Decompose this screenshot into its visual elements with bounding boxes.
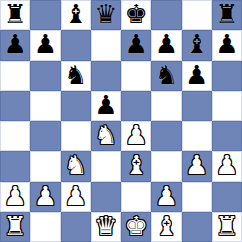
piece-black-pawn-e7: ♟ [124, 31, 147, 57]
square-g5[interactable] [182, 91, 212, 121]
square-a2[interactable]: ♟ [0, 182, 30, 212]
piece-white-rook-a1: ♜ [3, 213, 26, 239]
piece-black-rook-h8: ♜ [215, 1, 238, 27]
square-f5[interactable] [151, 91, 181, 121]
square-f6[interactable]: ♞ [151, 61, 181, 91]
square-d6[interactable] [91, 61, 121, 91]
square-e4[interactable]: ♟ [121, 121, 151, 151]
square-a5[interactable] [0, 91, 30, 121]
square-h5[interactable] [212, 91, 242, 121]
square-d2[interactable] [91, 182, 121, 212]
square-a4[interactable] [0, 121, 30, 151]
piece-white-pawn-b2: ♟ [34, 183, 57, 209]
square-f3[interactable] [151, 151, 181, 181]
piece-white-pawn-a2: ♟ [3, 183, 26, 209]
piece-white-pawn-h3: ♟ [215, 152, 238, 178]
square-c4[interactable] [61, 121, 91, 151]
square-d3[interactable] [91, 151, 121, 181]
square-g6[interactable]: ♟ [182, 61, 212, 91]
square-b6[interactable] [30, 61, 60, 91]
square-e6[interactable] [121, 61, 151, 91]
square-g8[interactable] [182, 0, 212, 30]
square-a8[interactable]: ♜ [0, 0, 30, 30]
square-b4[interactable] [30, 121, 60, 151]
square-a1[interactable]: ♜ [0, 212, 30, 242]
piece-black-pawn-d5: ♟ [94, 92, 117, 118]
square-c5[interactable] [61, 91, 91, 121]
square-g2[interactable] [182, 182, 212, 212]
piece-white-pawn-f2: ♟ [155, 183, 178, 209]
piece-white-pawn-c2: ♟ [64, 183, 87, 209]
piece-black-pawn-f7: ♟ [155, 31, 178, 57]
square-b7[interactable]: ♟ [30, 30, 60, 60]
square-f8[interactable] [151, 0, 181, 30]
square-b1[interactable] [30, 212, 60, 242]
square-b8[interactable] [30, 0, 60, 30]
square-f7[interactable]: ♟ [151, 30, 181, 60]
piece-black-pawn-b7: ♟ [34, 31, 57, 57]
square-c8[interactable]: ♝ [61, 0, 91, 30]
square-g1[interactable] [182, 212, 212, 242]
square-h2[interactable] [212, 182, 242, 212]
square-c1[interactable] [61, 212, 91, 242]
chess-board-container: ♜♝♛♚♜♟♟♟♟♝♟♞♞♟♟♞♟♞♝♟♟♟♟♟♟♜♛♚♝♜ [0, 0, 242, 242]
square-d1[interactable]: ♛ [91, 212, 121, 242]
piece-white-knight-d4: ♞ [94, 122, 117, 148]
square-b2[interactable]: ♟ [30, 182, 60, 212]
piece-white-bishop-e3: ♝ [124, 152, 147, 178]
square-e8[interactable]: ♚ [121, 0, 151, 30]
piece-white-knight-c3: ♞ [64, 152, 87, 178]
square-d5[interactable]: ♟ [91, 91, 121, 121]
square-b5[interactable] [30, 91, 60, 121]
square-e7[interactable]: ♟ [121, 30, 151, 60]
square-c2[interactable]: ♟ [61, 182, 91, 212]
square-b3[interactable] [30, 151, 60, 181]
square-d4[interactable]: ♞ [91, 121, 121, 151]
piece-black-rook-a8: ♜ [3, 1, 26, 27]
piece-white-rook-h1: ♜ [215, 213, 238, 239]
square-c7[interactable] [61, 30, 91, 60]
piece-black-knight-f6: ♞ [155, 62, 178, 88]
square-c6[interactable]: ♞ [61, 61, 91, 91]
piece-white-pawn-e4: ♟ [124, 122, 147, 148]
square-h8[interactable]: ♜ [212, 0, 242, 30]
square-e1[interactable]: ♚ [121, 212, 151, 242]
chess-board: ♜♝♛♚♜♟♟♟♟♝♟♞♞♟♟♞♟♞♝♟♟♟♟♟♟♜♛♚♝♜ [0, 0, 242, 242]
square-e2[interactable] [121, 182, 151, 212]
square-g4[interactable] [182, 121, 212, 151]
square-h4[interactable] [212, 121, 242, 151]
piece-white-king-e1: ♚ [124, 213, 147, 239]
square-h7[interactable]: ♟ [212, 30, 242, 60]
square-a6[interactable] [0, 61, 30, 91]
piece-black-pawn-a7: ♟ [3, 31, 26, 57]
square-f4[interactable] [151, 121, 181, 151]
square-g3[interactable]: ♟ [182, 151, 212, 181]
piece-black-queen-d8: ♛ [94, 1, 117, 27]
square-a3[interactable] [0, 151, 30, 181]
piece-black-bishop-c8: ♝ [64, 1, 87, 27]
square-h1[interactable]: ♜ [212, 212, 242, 242]
piece-black-pawn-g6: ♟ [185, 62, 208, 88]
square-a7[interactable]: ♟ [0, 30, 30, 60]
square-d8[interactable]: ♛ [91, 0, 121, 30]
square-g7[interactable]: ♝ [182, 30, 212, 60]
piece-black-pawn-h7: ♟ [215, 31, 238, 57]
square-e5[interactable] [121, 91, 151, 121]
piece-white-pawn-g3: ♟ [185, 152, 208, 178]
piece-white-bishop-f1: ♝ [155, 213, 178, 239]
square-f1[interactable]: ♝ [151, 212, 181, 242]
square-c3[interactable]: ♞ [61, 151, 91, 181]
square-d7[interactable] [91, 30, 121, 60]
piece-black-knight-c6: ♞ [64, 62, 87, 88]
piece-black-bishop-g7: ♝ [185, 31, 208, 57]
piece-black-king-e8: ♚ [124, 1, 147, 27]
piece-white-queen-d1: ♛ [94, 213, 117, 239]
square-e3[interactable]: ♝ [121, 151, 151, 181]
square-f2[interactable]: ♟ [151, 182, 181, 212]
square-h6[interactable] [212, 61, 242, 91]
square-h3[interactable]: ♟ [212, 151, 242, 181]
